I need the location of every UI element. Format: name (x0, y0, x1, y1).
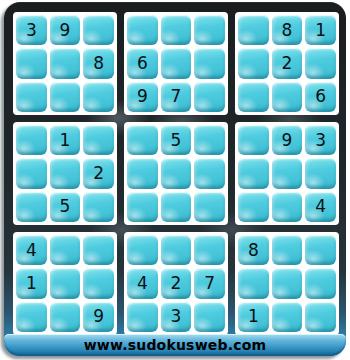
cell-r8c2[interactable] (50, 268, 81, 298)
cell-r9c7[interactable]: 1 (238, 302, 269, 332)
cell-r3c7[interactable] (238, 82, 269, 112)
cell-r2c5[interactable] (161, 48, 192, 78)
cell-r8c1[interactable]: 1 (16, 268, 47, 298)
cell-r7c1[interactable]: 4 (16, 235, 47, 265)
box-2-3: 934 (235, 122, 339, 225)
cell-r7c7[interactable]: 8 (238, 235, 269, 265)
cell-r2c2[interactable] (50, 48, 81, 78)
cell-r9c4[interactable] (127, 302, 158, 332)
cell-r2c1[interactable] (16, 48, 47, 78)
cell-r3c2[interactable] (50, 82, 81, 112)
cell-r9c8[interactable] (272, 302, 303, 332)
cell-r6c4[interactable] (127, 192, 158, 222)
cell-r5c4[interactable] (127, 158, 158, 188)
sudoku-board: 39869781261255934419427381 www.sudokuswe… (4, 2, 346, 356)
cell-r4c1[interactable] (16, 125, 47, 155)
cell-r2c6[interactable] (194, 48, 225, 78)
cell-r8c7[interactable] (238, 268, 269, 298)
cell-r7c4[interactable] (127, 235, 158, 265)
cell-r4c3[interactable] (83, 125, 114, 155)
box-1-2: 697 (124, 12, 228, 115)
box-3-2: 4273 (124, 232, 228, 335)
cell-r8c3[interactable] (83, 268, 114, 298)
cell-r3c1[interactable] (16, 82, 47, 112)
cell-r1c1[interactable]: 3 (16, 15, 47, 45)
cell-r4c5[interactable]: 5 (161, 125, 192, 155)
cell-r3c5[interactable]: 7 (161, 82, 192, 112)
cell-r6c8[interactable] (272, 192, 303, 222)
cell-r7c9[interactable] (305, 235, 336, 265)
cell-r5c9[interactable] (305, 158, 336, 188)
box-3-1: 419 (13, 232, 117, 335)
cell-r1c3[interactable] (83, 15, 114, 45)
cell-r6c6[interactable] (194, 192, 225, 222)
cell-r6c2[interactable]: 5 (50, 192, 81, 222)
cell-r3c4[interactable]: 9 (127, 82, 158, 112)
box-3-3: 81 (235, 232, 339, 335)
cell-r8c4[interactable]: 4 (127, 268, 158, 298)
cell-r9c1[interactable] (16, 302, 47, 332)
cell-r3c8[interactable] (272, 82, 303, 112)
cell-r8c9[interactable] (305, 268, 336, 298)
cell-r5c6[interactable] (194, 158, 225, 188)
cell-r1c8[interactable]: 8 (272, 15, 303, 45)
sudoku-grid: 39869781261255934419427381 (13, 12, 339, 335)
cell-r5c5[interactable] (161, 158, 192, 188)
cell-r1c6[interactable] (194, 15, 225, 45)
cell-r5c3[interactable]: 2 (83, 158, 114, 188)
cell-r5c8[interactable] (272, 158, 303, 188)
cell-r7c3[interactable] (83, 235, 114, 265)
cell-r5c2[interactable] (50, 158, 81, 188)
cell-r7c2[interactable] (50, 235, 81, 265)
cell-r4c9[interactable]: 3 (305, 125, 336, 155)
cell-r6c7[interactable] (238, 192, 269, 222)
cell-r1c4[interactable] (127, 15, 158, 45)
cell-r9c2[interactable] (50, 302, 81, 332)
cell-r4c7[interactable] (238, 125, 269, 155)
cell-r7c5[interactable] (161, 235, 192, 265)
cell-r5c1[interactable] (16, 158, 47, 188)
box-1-1: 398 (13, 12, 117, 115)
cell-r7c8[interactable] (272, 235, 303, 265)
cell-r8c5[interactable]: 2 (161, 268, 192, 298)
cell-r4c4[interactable] (127, 125, 158, 155)
cell-r1c7[interactable] (238, 15, 269, 45)
cell-r5c7[interactable] (238, 158, 269, 188)
cell-r2c8[interactable]: 2 (272, 48, 303, 78)
cell-r6c9[interactable]: 4 (305, 192, 336, 222)
cell-r3c3[interactable] (83, 82, 114, 112)
cell-r1c2[interactable]: 9 (50, 15, 81, 45)
cell-r2c9[interactable] (305, 48, 336, 78)
cell-r9c6[interactable] (194, 302, 225, 332)
cell-r4c2[interactable]: 1 (50, 125, 81, 155)
cell-r8c6[interactable]: 7 (194, 268, 225, 298)
cell-r2c4[interactable]: 6 (127, 48, 158, 78)
sudoku-page: 39869781261255934419427381 www.sudokuswe… (0, 0, 350, 360)
cell-r4c8[interactable]: 9 (272, 125, 303, 155)
cell-r9c3[interactable]: 9 (83, 302, 114, 332)
cell-r6c5[interactable] (161, 192, 192, 222)
cell-r4c6[interactable] (194, 125, 225, 155)
box-2-1: 125 (13, 122, 117, 225)
cell-r3c6[interactable] (194, 82, 225, 112)
site-url: www.sudokusweb.com (84, 337, 267, 353)
cell-r3c9[interactable]: 6 (305, 82, 336, 112)
cell-r2c3[interactable]: 8 (83, 48, 114, 78)
cell-r1c9[interactable]: 1 (305, 15, 336, 45)
cell-r9c5[interactable]: 3 (161, 302, 192, 332)
footer-bar: www.sudokusweb.com (4, 334, 346, 356)
cell-r6c3[interactable] (83, 192, 114, 222)
cell-r1c5[interactable] (161, 15, 192, 45)
cell-r9c9[interactable] (305, 302, 336, 332)
cell-r2c7[interactable] (238, 48, 269, 78)
cell-r6c1[interactable] (16, 192, 47, 222)
box-1-3: 8126 (235, 12, 339, 115)
cell-r8c8[interactable] (272, 268, 303, 298)
box-2-2: 5 (124, 122, 228, 225)
cell-r7c6[interactable] (194, 235, 225, 265)
